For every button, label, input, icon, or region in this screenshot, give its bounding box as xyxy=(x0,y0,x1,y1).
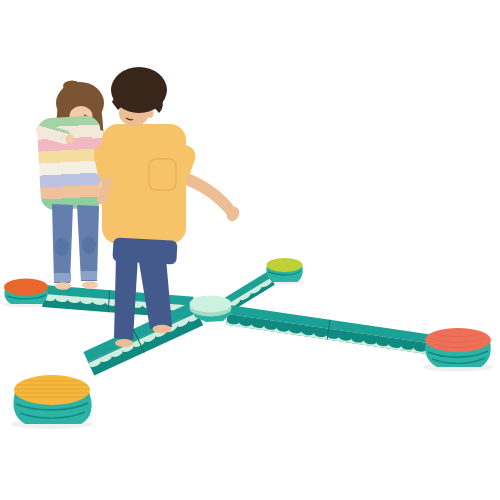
girl-bracelet xyxy=(60,136,64,140)
boy-tshirt xyxy=(102,124,186,244)
boy-foot-front xyxy=(153,325,172,333)
girl-hair-topknot xyxy=(63,81,81,92)
boy-hand-left xyxy=(97,196,107,204)
girl-foot-left xyxy=(55,282,71,290)
girl-jeans-cuff xyxy=(81,271,97,280)
scene-canvas xyxy=(0,0,500,500)
hub-platform-disc xyxy=(190,296,232,313)
girl-jeans-cuff xyxy=(54,273,71,282)
stepping-stone-lime xyxy=(266,258,302,282)
stepping-stone-orange xyxy=(4,279,48,305)
stone-top-lime xyxy=(267,258,303,272)
girl-jeans-knee xyxy=(55,238,69,256)
boy-foot-rear xyxy=(115,339,133,347)
girl-jeans-knee xyxy=(82,236,96,254)
stone-top-orange xyxy=(4,279,48,296)
girl-foot-right xyxy=(82,281,98,289)
product-photo xyxy=(0,0,500,500)
stepping-stone-coral xyxy=(425,328,491,367)
stone-top-yellow xyxy=(14,375,90,405)
stepping-stone-yellow xyxy=(13,375,91,424)
girl-hand-right xyxy=(66,135,75,144)
